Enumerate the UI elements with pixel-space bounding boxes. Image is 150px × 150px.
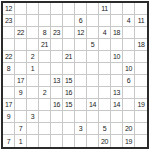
empty-cell-r10c6[interactable] [63,111,75,123]
clue-cell-r2c12: 11 [135,15,147,27]
empty-cell-r2c5[interactable] [51,15,63,27]
clue-number: 16 [53,101,60,108]
empty-cell-r8c5[interactable] [51,87,63,99]
empty-cell-r11c1[interactable] [3,123,15,135]
clue-number: 2 [31,53,35,60]
clue-cell-r11c11: 20 [123,123,135,135]
clue-number: 18 [113,29,120,36]
empty-cell-r8c7[interactable] [75,87,87,99]
clue-number: 19 [138,101,145,108]
clue-cell-r4c4: 21 [39,39,51,51]
empty-cell-r12c12[interactable] [135,135,147,147]
clue-cell-r2c7: 6 [75,15,87,27]
clue-number: 8 [43,29,47,36]
empty-cell-r4c9[interactable] [99,39,111,51]
clue-cell-r3c5: 23 [51,27,63,39]
clue-number: 7 [19,125,23,132]
clue-cell-r8c2: 9 [15,87,27,99]
empty-cell-r6c8[interactable] [87,63,99,75]
clue-number: 13 [53,77,60,84]
clue-cell-r3c10: 18 [111,27,123,39]
clue-number: 14 [89,101,96,108]
empty-cell-r2c8[interactable] [87,15,99,27]
clue-cell-r6c3: 1 [27,63,39,75]
empty-cell-r5c12[interactable] [135,51,147,63]
empty-cell-r5c7[interactable] [75,51,87,63]
clue-cell-r5c10: 10 [111,51,123,63]
empty-cell-r2c4[interactable] [39,15,51,27]
empty-cell-r5c9[interactable] [99,51,111,63]
clue-cell-r7c2: 17 [15,75,27,87]
clue-number: 10 [113,53,120,60]
clue-number: 3 [31,113,35,120]
empty-cell-r1c2[interactable] [15,3,27,15]
empty-cell-r1c10[interactable] [111,3,123,15]
empty-cell-r4c10[interactable] [111,39,123,51]
clue-number: 2 [43,89,47,96]
clue-cell-r2c11: 4 [123,15,135,27]
empty-cell-r3c1[interactable] [3,27,15,39]
empty-cell-r10c11[interactable] [123,111,135,123]
clue-number: 9 [19,89,23,96]
clue-number: 14 [113,101,120,108]
clue-number: 19 [125,138,132,145]
clue-number: 23 [53,29,60,36]
clue-number: 21 [41,41,48,48]
clue-cell-r8c10: 13 [111,87,123,99]
empty-cell-r10c10[interactable] [111,111,123,123]
clue-number: 6 [127,77,131,84]
clue-number: 18 [138,41,145,48]
clue-number: 1 [31,65,35,72]
clue-cell-r12c1: 7 [3,135,15,147]
empty-cell-r11c4[interactable] [39,123,51,135]
empty-cell-r9c11[interactable] [123,99,135,111]
empty-cell-r1c6[interactable] [63,3,75,15]
empty-cell-r10c2[interactable] [15,111,27,123]
clue-cell-r7c6: 15 [63,75,75,87]
empty-cell-r6c7[interactable] [75,63,87,75]
empty-cell-r10c9[interactable] [99,111,111,123]
empty-cell-r9c3[interactable] [27,99,39,111]
empty-cell-r11c3[interactable] [27,123,39,135]
clue-number: 13 [113,89,120,96]
empty-cell-r10c4[interactable] [39,111,51,123]
clue-cell-r8c6: 16 [63,87,75,99]
empty-cell-r8c11[interactable] [123,87,135,99]
empty-cell-r4c7[interactable] [75,39,87,51]
clue-cell-r6c1: 8 [3,63,15,75]
clue-cell-r6c11: 10 [123,63,135,75]
empty-cell-r4c11[interactable] [123,39,135,51]
clue-number: 5 [91,41,95,48]
empty-cell-r1c8[interactable] [87,3,99,15]
empty-cell-r10c7[interactable] [75,111,87,123]
clue-number: 3 [79,125,83,132]
clue-cell-r1c9: 11 [99,3,111,15]
clue-cell-r2c1: 23 [3,15,15,27]
clue-number: 15 [65,77,72,84]
empty-cell-r10c5[interactable] [51,111,63,123]
empty-cell-r2c9[interactable] [99,15,111,27]
empty-cell-r9c9[interactable] [99,99,111,111]
empty-cell-r7c9[interactable] [99,75,111,87]
clue-number: 23 [5,17,12,24]
puzzle-area: 1211236411228231241821518222211081101713… [1,1,149,149]
empty-cell-r4c2[interactable] [15,39,27,51]
empty-cell-r1c7[interactable] [75,3,87,15]
clue-number: 15 [65,101,72,108]
empty-cell-r10c8[interactable] [87,111,99,123]
clue-cell-r4c12: 18 [135,39,147,51]
empty-cell-r9c4[interactable] [39,99,51,111]
empty-cell-r6c6[interactable] [63,63,75,75]
clue-cell-r7c5: 13 [51,75,63,87]
clue-cell-r12c9: 20 [99,135,111,147]
empty-cell-r9c7[interactable] [75,99,87,111]
clue-cell-r3c7: 12 [75,27,87,39]
clue-cell-r11c7: 3 [75,123,87,135]
empty-cell-r12c8[interactable] [87,135,99,147]
empty-cell-r11c10[interactable] [111,123,123,135]
clue-cell-r3c9: 4 [99,27,111,39]
clue-number: 12 [77,29,84,36]
clue-cell-r11c9: 5 [99,123,111,135]
clue-number: 20 [125,125,132,132]
empty-cell-r12c6[interactable] [63,135,75,147]
empty-cell-r8c8[interactable] [87,87,99,99]
clue-number: 17 [5,101,12,108]
clue-number: 22 [17,29,24,36]
clue-number: 17 [17,77,24,84]
empty-cell-r2c6[interactable] [63,15,75,27]
empty-cell-r11c12[interactable] [135,123,147,135]
empty-cell-r8c12[interactable] [135,87,147,99]
clue-cell-r9c1: 17 [3,99,15,111]
empty-cell-r12c10[interactable] [111,135,123,147]
empty-cell-r1c5[interactable] [51,3,63,15]
empty-cell-r12c5[interactable] [51,135,63,147]
clue-cell-r9c5: 16 [51,99,63,111]
empty-cell-r7c10[interactable] [111,75,123,87]
empty-cell-r4c5[interactable] [51,39,63,51]
empty-cell-r1c11[interactable] [123,3,135,15]
empty-cell-r8c1[interactable] [3,87,15,99]
empty-cell-r5c4[interactable] [39,51,51,63]
clue-cell-r10c1: 9 [3,111,15,123]
empty-cell-r6c5[interactable] [51,63,63,75]
empty-cell-r11c5[interactable] [51,123,63,135]
clue-number: 9 [7,113,11,120]
clue-cell-r9c12: 19 [135,99,147,111]
empty-cell-r5c2[interactable] [15,51,27,63]
clue-number: 22 [5,53,12,60]
empty-cell-r3c8[interactable] [87,27,99,39]
clue-cell-r10c3: 3 [27,111,39,123]
clue-cell-r5c1: 22 [3,51,15,63]
clue-number: 7 [7,138,11,145]
clue-cell-r4c8: 5 [87,39,99,51]
clue-number: 12 [5,5,12,12]
clue-cell-r11c2: 7 [15,123,27,135]
clue-cell-r5c6: 21 [63,51,75,63]
board: 1211236411228231241821518222211081101713… [1,1,149,149]
clue-cell-r9c6: 15 [63,99,75,111]
empty-cell-r12c7[interactable] [75,135,87,147]
clue-number: 10 [125,65,132,72]
empty-cell-r1c3[interactable] [27,3,39,15]
clue-cell-r7c11: 6 [123,75,135,87]
empty-cell-r4c6[interactable] [63,39,75,51]
empty-cell-r2c2[interactable] [15,15,27,27]
clue-number: 16 [65,89,72,96]
clue-number: 4 [103,29,107,36]
clue-cell-r9c10: 14 [111,99,123,111]
empty-cell-r7c3[interactable] [27,75,39,87]
empty-cell-r7c7[interactable] [75,75,87,87]
empty-cell-r12c4[interactable] [39,135,51,147]
empty-cell-r6c12[interactable] [135,63,147,75]
empty-cell-r6c4[interactable] [39,63,51,75]
empty-cell-r10c12[interactable] [135,111,147,123]
clue-cell-r8c4: 2 [39,87,51,99]
empty-cell-r1c4[interactable] [39,3,51,15]
empty-cell-r3c12[interactable] [135,27,147,39]
clue-number: 11 [101,5,107,12]
clue-cell-r3c4: 8 [39,27,51,39]
clue-cell-r1c1: 12 [3,3,15,15]
empty-cell-r6c10[interactable] [111,63,123,75]
clue-number: 1 [19,138,23,145]
empty-cell-r3c3[interactable] [27,27,39,39]
empty-cell-r3c6[interactable] [63,27,75,39]
clue-cell-r9c8: 14 [87,99,99,111]
empty-cell-r7c4[interactable] [39,75,51,87]
empty-cell-r6c2[interactable] [15,63,27,75]
empty-cell-r9c2[interactable] [15,99,27,111]
empty-cell-r2c10[interactable] [111,15,123,27]
empty-cell-r1c12[interactable] [135,3,147,15]
empty-cell-r3c11[interactable] [123,27,135,39]
clue-number: 6 [79,17,83,24]
empty-cell-r5c8[interactable] [87,51,99,63]
clue-number: 21 [65,53,72,60]
clue-cell-r3c2: 22 [15,27,27,39]
clue-number: 5 [103,125,107,132]
clue-number: 8 [7,65,11,72]
clue-number: 20 [101,138,108,145]
empty-cell-r8c3[interactable] [27,87,39,99]
clue-cell-r12c2: 1 [15,135,27,147]
clue-number: 4 [127,17,131,24]
clue-cell-r12c11: 19 [123,135,135,147]
empty-cell-r7c12[interactable] [135,75,147,87]
empty-cell-r8c9[interactable] [99,87,111,99]
empty-cell-r4c1[interactable] [3,39,15,51]
empty-cell-r5c5[interactable] [51,51,63,63]
empty-cell-r7c8[interactable] [87,75,99,87]
empty-cell-r12c3[interactable] [27,135,39,147]
clue-cell-r5c3: 2 [27,51,39,63]
clue-number: 11 [138,17,144,24]
empty-cell-r6c9[interactable] [99,63,111,75]
empty-cell-r7c1[interactable] [3,75,15,87]
empty-cell-r4c3[interactable] [27,39,39,51]
empty-cell-r2c3[interactable] [27,15,39,27]
empty-cell-r5c11[interactable] [123,51,135,63]
empty-cell-r11c8[interactable] [87,123,99,135]
empty-cell-r11c6[interactable] [63,123,75,135]
